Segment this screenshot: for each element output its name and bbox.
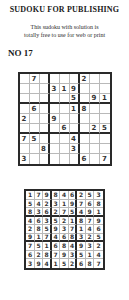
puzzle-cell-r2c7 <box>80 84 90 94</box>
solution-cell-r4c1: 4 <box>26 217 35 226</box>
solution-cell-r4c9: 9 <box>94 217 103 226</box>
solution-cell-r2c9: 8 <box>94 200 103 209</box>
puzzle-cell-r2c4: 3 <box>50 84 60 94</box>
solution-cell-r1c7: 2 <box>77 191 86 200</box>
puzzle-cell-r1c6 <box>70 74 80 84</box>
puzzle-cell-r3c7 <box>80 94 90 104</box>
solution-grid-wrapper: 1798462535423197688362754914635218792859… <box>0 166 129 270</box>
page-subtitle: This sudoku with solution is totally fre… <box>0 23 129 39</box>
puzzle-number-label: NO 17 <box>8 48 129 58</box>
puzzle-cell-r6c1 <box>20 124 30 134</box>
solution-cell-r1c2: 7 <box>35 191 44 200</box>
puzzle-cell-r3c4 <box>50 94 60 104</box>
solution-cell-r2c1: 5 <box>26 200 35 209</box>
puzzle-cell-r6c7 <box>80 124 90 134</box>
puzzle-cell-r4c7: 8 <box>80 104 90 114</box>
page-title: SUDOKU FOR PUBLISHING <box>0 5 129 14</box>
solution-cell-r1c3: 9 <box>43 191 52 200</box>
puzzle-cell-r5c3 <box>40 114 50 124</box>
solution-cell-r1c9: 3 <box>94 191 103 200</box>
puzzle-cell-r1c4 <box>50 74 60 84</box>
puzzle-cell-r9c3 <box>40 154 50 164</box>
puzzle-cell-r4c1 <box>20 104 30 114</box>
solution-cell-r6c3: 7 <box>43 234 52 243</box>
solution-cell-r8c9: 4 <box>94 251 103 260</box>
puzzle-cell-r5c6 <box>70 114 80 124</box>
puzzle-cell-r9c7: 6 <box>80 154 90 164</box>
puzzle-cell-r8c9 <box>100 144 110 154</box>
puzzle-cell-r7c9 <box>100 134 110 144</box>
solution-cell-r4c7: 8 <box>77 217 86 226</box>
solution-cell-r6c9: 5 <box>94 234 103 243</box>
solution-cell-r4c5: 2 <box>60 217 69 226</box>
solution-cell-r1c1: 1 <box>26 191 35 200</box>
solution-cell-r5c8: 4 <box>86 225 95 234</box>
solution-cell-r3c5: 7 <box>60 208 69 217</box>
solution-cell-r8c2: 2 <box>35 251 44 260</box>
solution-cell-r7c4: 6 <box>52 242 61 251</box>
solution-cell-r3c6: 5 <box>69 208 78 217</box>
solution-cell-r5c7: 1 <box>77 225 86 234</box>
puzzle-cell-r5c7 <box>80 114 90 124</box>
puzzle-cell-r1c5 <box>60 74 70 84</box>
solution-cell-r7c1: 7 <box>26 242 35 251</box>
puzzle-cell-r7c5 <box>60 134 70 144</box>
puzzle-cell-r1c7: 2 <box>80 74 90 84</box>
puzzle-cell-r5c1: 2 <box>20 114 30 124</box>
solution-cell-r3c7: 4 <box>77 208 86 217</box>
solution-cell-r4c8: 7 <box>86 217 95 226</box>
solution-cell-r7c6: 4 <box>69 242 78 251</box>
puzzle-cell-r8c6: 3 <box>70 144 80 154</box>
puzzle-cell-r7c2: 5 <box>30 134 40 144</box>
solution-cell-r8c7: 5 <box>77 251 86 260</box>
puzzle-cell-r4c9 <box>100 104 110 114</box>
puzzle-cell-r4c3 <box>40 104 50 114</box>
solution-cell-r2c6: 9 <box>69 200 78 209</box>
puzzle-cell-r2c6: 9 <box>70 84 80 94</box>
puzzle-cell-r1c1 <box>20 74 30 84</box>
puzzle-cell-r6c2 <box>30 124 40 134</box>
solution-cell-r7c7: 9 <box>77 242 86 251</box>
puzzle-cell-r8c7 <box>80 144 90 154</box>
solution-cell-r8c6: 3 <box>69 251 78 260</box>
puzzle-cell-r2c1 <box>20 84 30 94</box>
solution-cell-r5c4: 9 <box>52 225 61 234</box>
puzzle-cell-r1c2: 7 <box>30 74 40 84</box>
puzzle-cell-r9c2 <box>30 154 40 164</box>
solution-cell-r9c9: 7 <box>94 259 103 268</box>
puzzle-cell-r6c9: 5 <box>100 124 110 134</box>
puzzle-cell-r5c4: 9 <box>50 114 60 124</box>
solution-cell-r1c5: 4 <box>60 191 69 200</box>
puzzle-cell-r3c9: 1 <box>100 94 110 104</box>
puzzle-cell-r5c8 <box>90 114 100 124</box>
puzzle-cell-r1c8 <box>90 74 100 84</box>
puzzle-cell-r5c5 <box>60 114 70 124</box>
puzzle-cell-r8c5 <box>60 144 70 154</box>
solution-cell-r1c6: 6 <box>69 191 78 200</box>
puzzle-cell-r3c5 <box>60 94 70 104</box>
solution-cell-r5c5: 3 <box>60 225 69 234</box>
puzzle-cell-r9c4 <box>50 154 60 164</box>
puzzle-cell-r2c9 <box>100 84 110 94</box>
puzzle-cell-r6c4 <box>50 124 60 134</box>
puzzle-cell-r8c3: 8 <box>40 144 50 154</box>
puzzle-cell-r8c2 <box>30 144 40 154</box>
solution-cell-r8c3: 8 <box>43 251 52 260</box>
solution-cell-r9c5: 5 <box>60 259 69 268</box>
puzzle-cell-r7c6: 4 <box>70 134 80 144</box>
puzzle-cell-r8c1 <box>20 144 30 154</box>
subtitle-line-2: totally free to use for web or print <box>0 31 129 39</box>
puzzle-cell-r2c2 <box>30 84 40 94</box>
puzzle-cell-r7c3 <box>40 134 50 144</box>
puzzle-cell-r6c8: 2 <box>90 124 100 134</box>
solution-cell-r1c4: 8 <box>52 191 61 200</box>
puzzle-cell-r7c4 <box>50 134 60 144</box>
puzzle-cell-r7c7 <box>80 134 90 144</box>
solution-cell-r3c3: 6 <box>43 208 52 217</box>
solution-cell-r7c2: 5 <box>35 242 44 251</box>
puzzle-cell-r8c4 <box>50 144 60 154</box>
subtitle-line-1: This sudoku with solution is <box>0 23 129 31</box>
page-header: SUDOKU FOR PUBLISHING This sudoku with s… <box>0 5 129 39</box>
solution-cell-r3c4: 2 <box>52 208 61 217</box>
puzzle-cell-r2c8 <box>90 84 100 94</box>
puzzle-cell-r4c2: 6 <box>30 104 40 114</box>
puzzle-cell-r4c8 <box>90 104 100 114</box>
solution-cell-r2c2: 4 <box>35 200 44 209</box>
solution-cell-r5c9: 6 <box>94 225 103 234</box>
puzzle-cell-r4c5 <box>60 104 70 114</box>
solution-cell-r8c8: 1 <box>86 251 95 260</box>
solution-cell-r4c6: 1 <box>69 217 78 226</box>
puzzle-cell-r3c2 <box>30 94 40 104</box>
puzzle-cell-r7c1: 7 <box>20 134 30 144</box>
puzzle-cell-r9c6 <box>70 154 80 164</box>
puzzle-cell-r5c2 <box>30 114 40 124</box>
puzzle-cell-r7c8 <box>90 134 100 144</box>
puzzle-cell-r6c6 <box>70 124 80 134</box>
solution-cell-r9c3: 4 <box>43 259 52 268</box>
solution-cell-r3c2: 3 <box>35 208 44 217</box>
puzzle-cell-r9c5 <box>60 154 70 164</box>
solution-cell-r6c2: 1 <box>35 234 44 243</box>
solution-cell-r8c4: 7 <box>52 251 61 260</box>
puzzle-cell-r3c1 <box>20 94 30 104</box>
solution-cell-r8c5: 9 <box>60 251 69 260</box>
solution-cell-r9c6: 2 <box>69 259 78 268</box>
puzzle-grid-wrapper: 723195916182962575483367 <box>0 58 129 166</box>
solution-cell-r4c4: 5 <box>52 217 61 226</box>
puzzle-cell-r3c6: 5 <box>70 94 80 104</box>
puzzle-cell-r9c1: 3 <box>20 154 30 164</box>
solution-cell-r2c4: 3 <box>52 200 61 209</box>
puzzle-cell-r6c5: 6 <box>60 124 70 134</box>
solution-cell-r5c3: 5 <box>43 225 52 234</box>
puzzle-cell-r4c6: 1 <box>70 104 80 114</box>
puzzle-cell-r9c9: 7 <box>100 154 110 164</box>
puzzle-cell-r3c8: 9 <box>90 94 100 104</box>
solution-cell-r3c8: 9 <box>86 208 95 217</box>
solution-cell-r6c7: 3 <box>77 234 86 243</box>
puzzle-cell-r3c3 <box>40 94 50 104</box>
solution-cell-r9c4: 1 <box>52 259 61 268</box>
puzzle-cell-r1c9 <box>100 74 110 84</box>
solution-cell-r9c2: 9 <box>35 259 44 268</box>
solution-cell-r9c7: 6 <box>77 259 86 268</box>
puzzle-cell-r1c3 <box>40 74 50 84</box>
solution-cell-r3c9: 1 <box>94 208 103 217</box>
puzzle-cell-r6c3 <box>40 124 50 134</box>
solution-cell-r2c8: 6 <box>86 200 95 209</box>
solution-cell-r6c8: 2 <box>86 234 95 243</box>
solution-cell-r2c7: 7 <box>77 200 86 209</box>
solution-cell-r9c8: 8 <box>86 259 95 268</box>
solution-cell-r2c5: 1 <box>60 200 69 209</box>
solution-cell-r1c8: 5 <box>86 191 95 200</box>
solution-cell-r6c6: 8 <box>69 234 78 243</box>
solution-cell-r7c9: 2 <box>94 242 103 251</box>
puzzle-grid: 723195916182962575483367 <box>18 72 112 166</box>
sudoku-page: SUDOKU FOR PUBLISHING This sudoku with s… <box>0 0 129 300</box>
solution-cell-r7c5: 8 <box>60 242 69 251</box>
puzzle-cell-r2c3 <box>40 84 50 94</box>
solution-cell-r5c2: 8 <box>35 225 44 234</box>
solution-cell-r5c6: 7 <box>69 225 78 234</box>
solution-cell-r4c3: 3 <box>43 217 52 226</box>
solution-grid: 1798462535423197688362754914635218792859… <box>24 189 105 270</box>
solution-cell-r9c1: 3 <box>26 259 35 268</box>
solution-cell-r7c3: 1 <box>43 242 52 251</box>
solution-cell-r7c8: 3 <box>86 242 95 251</box>
solution-cell-r8c1: 6 <box>26 251 35 260</box>
solution-cell-r4c2: 6 <box>35 217 44 226</box>
solution-cell-r6c5: 6 <box>60 234 69 243</box>
solution-cell-r6c4: 4 <box>52 234 61 243</box>
puzzle-cell-r4c4 <box>50 104 60 114</box>
puzzle-cell-r9c8 <box>90 154 100 164</box>
puzzle-cell-r8c8 <box>90 144 100 154</box>
solution-cell-r2c3: 2 <box>43 200 52 209</box>
solution-cell-r5c1: 2 <box>26 225 35 234</box>
solution-cell-r3c1: 8 <box>26 208 35 217</box>
puzzle-cell-r5c9 <box>100 114 110 124</box>
solution-cell-r6c1: 9 <box>26 234 35 243</box>
puzzle-cell-r2c5: 1 <box>60 84 70 94</box>
